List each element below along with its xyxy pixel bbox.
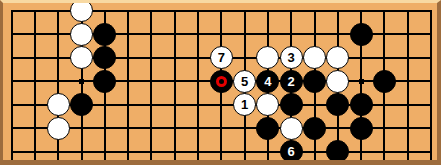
intersection: [23, 3, 46, 23]
intersection: [116, 46, 139, 70]
intersection: [419, 23, 437, 47]
intersection: [93, 70, 116, 94]
intersection-grid: 7354216: [3, 3, 437, 160]
black-stone-move-6: 6: [280, 140, 303, 160]
intersection: [419, 46, 437, 70]
white-stone: [256, 93, 279, 116]
intersection: [186, 140, 209, 160]
move-number: 1: [241, 98, 248, 111]
intersection: [140, 70, 163, 94]
intersection: [47, 140, 70, 160]
intersection: [140, 117, 163, 141]
intersection: [349, 93, 372, 117]
intersection: [3, 3, 23, 23]
intersection: [303, 70, 326, 94]
intersection: [116, 117, 139, 141]
intersection: [140, 46, 163, 70]
black-stone: [256, 117, 279, 140]
intersection: [210, 117, 233, 141]
intersection: [280, 93, 303, 117]
intersection: [349, 117, 372, 141]
black-stone: [280, 93, 303, 116]
intersection: [349, 46, 372, 70]
intersection: [303, 117, 326, 141]
black-stone: [303, 70, 326, 93]
white-stone-move-7: 7: [210, 46, 233, 69]
white-stone: [70, 46, 93, 69]
intersection: [47, 117, 70, 141]
intersection: [303, 140, 326, 160]
intersection: [70, 117, 93, 141]
intersection: [163, 140, 186, 160]
intersection: [233, 117, 256, 141]
intersection: [326, 117, 349, 141]
intersection: [419, 140, 437, 160]
intersection: [23, 23, 46, 47]
intersection: [256, 3, 279, 23]
intersection: [186, 23, 209, 47]
intersection: [140, 93, 163, 117]
intersection: [256, 117, 279, 141]
move-number: 7: [218, 51, 225, 64]
black-stone-move-4: 4: [256, 70, 279, 93]
intersection: [116, 3, 139, 23]
go-board: 7354216: [3, 3, 437, 160]
intersection: [256, 46, 279, 70]
intersection: [396, 23, 419, 47]
diagram-frame: 7354216: [0, 0, 441, 165]
intersection: [186, 117, 209, 141]
white-stone: [280, 117, 303, 140]
black-stone: [93, 46, 116, 69]
white-stone: [303, 46, 326, 69]
intersection: [326, 140, 349, 160]
intersection: [93, 3, 116, 23]
intersection: [47, 23, 70, 47]
white-stone: [47, 93, 70, 116]
intersection: [163, 3, 186, 23]
intersection: 1: [233, 93, 256, 117]
intersection: [303, 93, 326, 117]
intersection: [23, 70, 46, 94]
intersection: [233, 23, 256, 47]
white-stone: [70, 23, 93, 46]
intersection: 2: [280, 70, 303, 94]
intersection: [349, 70, 372, 94]
intersection: [186, 46, 209, 70]
black-stone: [93, 70, 116, 93]
intersection: [396, 70, 419, 94]
intersection: [373, 46, 396, 70]
intersection: [396, 3, 419, 23]
intersection: [47, 46, 70, 70]
intersection: [70, 46, 93, 70]
move-number: 2: [288, 75, 295, 88]
intersection: [256, 93, 279, 117]
black-stone: [326, 140, 349, 160]
move-number: 4: [264, 75, 271, 88]
intersection: 4: [256, 70, 279, 94]
intersection: [210, 93, 233, 117]
white-stone: [256, 46, 279, 69]
intersection: [3, 46, 23, 70]
intersection: [396, 117, 419, 141]
intersection: [373, 93, 396, 117]
intersection: [280, 23, 303, 47]
black-stone: [373, 70, 396, 93]
intersection: [140, 23, 163, 47]
intersection: 5: [233, 70, 256, 94]
intersection: [116, 140, 139, 160]
intersection: [210, 3, 233, 23]
intersection: [326, 70, 349, 94]
intersection: [233, 140, 256, 160]
intersection: [326, 46, 349, 70]
intersection: [373, 3, 396, 23]
intersection: [140, 140, 163, 160]
intersection: [419, 93, 437, 117]
intersection: [233, 46, 256, 70]
white-stone: [70, 3, 93, 22]
intersection: [140, 3, 163, 23]
intersection: [23, 117, 46, 141]
intersection: [3, 140, 23, 160]
intersection: [233, 3, 256, 23]
intersection: [349, 140, 372, 160]
black-stone: [350, 23, 373, 46]
intersection: [373, 23, 396, 47]
intersection: [373, 70, 396, 94]
intersection: [349, 3, 372, 23]
move-number: 5: [241, 75, 248, 88]
intersection: [419, 3, 437, 23]
intersection: [163, 46, 186, 70]
intersection: [93, 117, 116, 141]
intersection: [326, 3, 349, 23]
intersection: [23, 46, 46, 70]
intersection: [93, 23, 116, 47]
go-diagram-image: 7354216: [0, 0, 441, 165]
intersection: [373, 140, 396, 160]
intersection: [256, 23, 279, 47]
intersection: [186, 70, 209, 94]
intersection: [116, 70, 139, 94]
intersection: [419, 70, 437, 94]
intersection: [396, 46, 419, 70]
intersection: [186, 3, 209, 23]
intersection: [70, 70, 93, 94]
intersection: [303, 23, 326, 47]
intersection: [373, 117, 396, 141]
black-stone-move-2: 2: [280, 70, 303, 93]
intersection: [3, 93, 23, 117]
intersection: [210, 23, 233, 47]
intersection: [47, 70, 70, 94]
intersection: 7: [210, 46, 233, 70]
intersection: [396, 140, 419, 160]
intersection: [303, 46, 326, 70]
intersection: [23, 93, 46, 117]
circle-mark-icon: [216, 76, 227, 87]
intersection: [326, 23, 349, 47]
black-stone: [326, 93, 349, 116]
white-stone: [326, 70, 349, 93]
black-stone: [93, 23, 116, 46]
intersection: [303, 3, 326, 23]
intersection: [116, 23, 139, 47]
intersection: [70, 3, 93, 23]
intersection: [70, 23, 93, 47]
intersection: [93, 46, 116, 70]
intersection: [70, 140, 93, 160]
intersection: [396, 93, 419, 117]
black-stone: [350, 93, 373, 116]
intersection: [93, 93, 116, 117]
intersection: [349, 23, 372, 47]
intersection: 6: [280, 140, 303, 160]
black-stone: [70, 93, 93, 116]
intersection: [70, 93, 93, 117]
white-stone-move-5: 5: [233, 70, 256, 93]
intersection: [210, 140, 233, 160]
black-stone: [350, 117, 373, 140]
white-stone-move-1: 1: [233, 93, 256, 116]
intersection: [280, 3, 303, 23]
move-number: 3: [288, 51, 295, 64]
white-stone: [47, 117, 70, 140]
intersection: [3, 23, 23, 47]
intersection: 3: [280, 46, 303, 70]
white-stone: [326, 46, 349, 69]
intersection: [163, 23, 186, 47]
intersection: [116, 93, 139, 117]
intersection: [3, 70, 23, 94]
intersection: [93, 140, 116, 160]
intersection: [326, 93, 349, 117]
intersection: [163, 93, 186, 117]
intersection: [210, 70, 233, 94]
intersection: [186, 93, 209, 117]
black-stone-marked: [210, 70, 233, 93]
intersection: [280, 117, 303, 141]
intersection: [3, 117, 23, 141]
white-stone-move-3: 3: [280, 46, 303, 69]
intersection: [47, 93, 70, 117]
move-number: 6: [288, 145, 295, 158]
intersection: [163, 117, 186, 141]
intersection: [23, 140, 46, 160]
black-stone: [303, 117, 326, 140]
intersection: [419, 117, 437, 141]
intersection: [47, 3, 70, 23]
intersection: [163, 70, 186, 94]
intersection: [256, 140, 279, 160]
